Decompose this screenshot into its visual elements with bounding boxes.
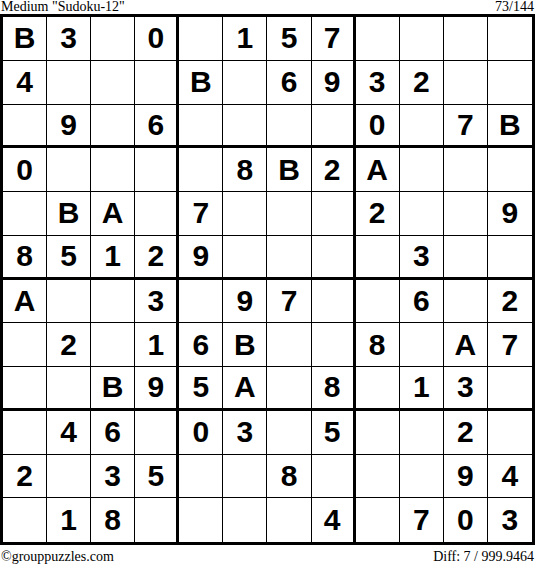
puzzle-title: Medium "Sudoku-12" <box>1 0 125 14</box>
cell-r3c7-empty[interactable] <box>267 105 311 149</box>
cell-r8c3-empty[interactable] <box>91 323 135 367</box>
cell-r12c8-given[interactable]: 4 <box>312 498 356 542</box>
cell-r1c3-empty[interactable] <box>91 17 135 61</box>
cell-r9c6-given[interactable]: A <box>223 367 267 411</box>
cell-r1c9-empty[interactable] <box>356 17 400 61</box>
cell-r2c11-empty[interactable] <box>444 61 488 105</box>
cell-r7c10-given[interactable]: 6 <box>400 280 444 324</box>
cell-r11c12-given[interactable]: 4 <box>488 455 532 499</box>
cell-r4c10-empty[interactable] <box>400 148 444 192</box>
cell-r5c5-given[interactable]: 7 <box>179 192 223 236</box>
cell-r6c10-given[interactable]: 3 <box>400 236 444 280</box>
cell-r5c9-given[interactable]: 2 <box>356 192 400 236</box>
cell-r10c11-given[interactable]: 2 <box>444 411 488 455</box>
cell-r4c12-empty[interactable] <box>488 148 532 192</box>
cell-r1c1-given[interactable]: B <box>3 17 47 61</box>
cell-r5c11-empty[interactable] <box>444 192 488 236</box>
cell-r12c1-empty[interactable] <box>3 498 47 542</box>
cell-r6c6-empty[interactable] <box>223 236 267 280</box>
cell-r12c6-empty[interactable] <box>223 498 267 542</box>
difficulty-text: Diff: 7 / 999.9464 <box>433 549 534 565</box>
cell-r6c7-empty[interactable] <box>267 236 311 280</box>
cell-r2c10-given[interactable]: 2 <box>400 61 444 105</box>
cell-r7c6-given[interactable]: 9 <box>223 280 267 324</box>
cell-r1c6-given[interactable]: 1 <box>223 17 267 61</box>
cell-r9c11-given[interactable]: 3 <box>444 367 488 411</box>
cell-r3c3-empty[interactable] <box>91 105 135 149</box>
cell-r10c9-empty[interactable] <box>356 411 400 455</box>
cell-r2c12-empty[interactable] <box>488 61 532 105</box>
cell-r6c9-empty[interactable] <box>356 236 400 280</box>
cell-r10c6-given[interactable]: 3 <box>223 411 267 455</box>
cell-r9c10-given[interactable]: 1 <box>400 367 444 411</box>
footer: ©grouppuzzles.com Diff: 7 / 999.9464 <box>1 545 534 569</box>
cell-r3c10-empty[interactable] <box>400 105 444 149</box>
cell-r7c3-empty[interactable] <box>91 280 135 324</box>
header: Medium "Sudoku-12" 73/144 <box>1 0 534 14</box>
cell-r12c3-given[interactable]: 8 <box>91 498 135 542</box>
cell-r9c3-given[interactable]: B <box>91 367 135 411</box>
cell-r11c8-empty[interactable] <box>312 455 356 499</box>
cell-r1c10-empty[interactable] <box>400 17 444 61</box>
cell-r3c11-given[interactable]: 7 <box>444 105 488 149</box>
cell-r10c8-given[interactable]: 5 <box>312 411 356 455</box>
cell-r9c7-empty[interactable] <box>267 367 311 411</box>
cell-r7c9-empty[interactable] <box>356 280 400 324</box>
cell-r7c4-given[interactable]: 3 <box>135 280 179 324</box>
cell-r1c11-empty[interactable] <box>444 17 488 61</box>
cell-r12c4-empty[interactable] <box>135 498 179 542</box>
cell-r10c12-empty[interactable] <box>488 411 532 455</box>
cell-r1c7-given[interactable]: 5 <box>267 17 311 61</box>
cell-r7c1-given[interactable]: A <box>3 280 47 324</box>
cell-r1c5-empty[interactable] <box>179 17 223 61</box>
cell-r11c10-empty[interactable] <box>400 455 444 499</box>
cell-r9c9-empty[interactable] <box>356 367 400 411</box>
cell-r12c2-given[interactable]: 1 <box>47 498 91 542</box>
cell-r11c7-given[interactable]: 8 <box>267 455 311 499</box>
cell-r11c4-given[interactable]: 5 <box>135 455 179 499</box>
cell-r5c8-empty[interactable] <box>312 192 356 236</box>
cell-r1c4-given[interactable]: 0 <box>135 17 179 61</box>
cell-r10c4-empty[interactable] <box>135 411 179 455</box>
cell-r1c2-given[interactable]: 3 <box>47 17 91 61</box>
cell-r8c4-given[interactable]: 1 <box>135 323 179 367</box>
cell-r2c2-empty[interactable] <box>47 61 91 105</box>
cell-r9c8-given[interactable]: 8 <box>312 367 356 411</box>
cell-r11c2-empty[interactable] <box>47 455 91 499</box>
cell-r3c4-given[interactable]: 6 <box>135 105 179 149</box>
cell-r3c6-empty[interactable] <box>223 105 267 149</box>
cell-r9c4-given[interactable]: 9 <box>135 367 179 411</box>
cell-r9c2-empty[interactable] <box>47 367 91 411</box>
cell-r4c4-empty[interactable] <box>135 148 179 192</box>
cell-r8c6-given[interactable]: B <box>223 323 267 367</box>
copyright-text: ©grouppuzzles.com <box>1 549 114 565</box>
cell-r9c5-given[interactable]: 5 <box>179 367 223 411</box>
cell-r6c8-empty[interactable] <box>312 236 356 280</box>
cell-r10c2-given[interactable]: 4 <box>47 411 91 455</box>
cell-r5c4-empty[interactable] <box>135 192 179 236</box>
page-indicator: 73/144 <box>495 0 534 14</box>
cell-r9c1-empty[interactable] <box>3 367 47 411</box>
cell-r3c1-empty[interactable] <box>3 105 47 149</box>
cell-r12c10-given[interactable]: 7 <box>400 498 444 542</box>
cell-r8c7-empty[interactable] <box>267 323 311 367</box>
cell-r10c1-empty[interactable] <box>3 411 47 455</box>
cell-r4c8-given[interactable]: 2 <box>312 148 356 192</box>
cell-r10c3-given[interactable]: 6 <box>91 411 135 455</box>
cell-r4c9-given[interactable]: A <box>356 148 400 192</box>
cell-r6c4-given[interactable]: 2 <box>135 236 179 280</box>
cell-r2c7-given[interactable]: 6 <box>267 61 311 105</box>
cell-r7c8-empty[interactable] <box>312 280 356 324</box>
cell-r5c1-empty[interactable] <box>3 192 47 236</box>
cell-r5c6-empty[interactable] <box>223 192 267 236</box>
cell-r11c9-empty[interactable] <box>356 455 400 499</box>
cell-r8c9-given[interactable]: 8 <box>356 323 400 367</box>
sudoku-board: B301574B69329607B08B2ABA729851293A397622… <box>0 14 535 545</box>
cell-r12c12-given[interactable]: 3 <box>488 498 532 542</box>
cell-r1c12-empty[interactable] <box>488 17 532 61</box>
cell-r6c11-empty[interactable] <box>444 236 488 280</box>
cell-r2c4-empty[interactable] <box>135 61 179 105</box>
cell-r2c5-given[interactable]: B <box>179 61 223 105</box>
cell-r10c5-given[interactable]: 0 <box>179 411 223 455</box>
cell-r11c6-empty[interactable] <box>223 455 267 499</box>
cell-r2c8-given[interactable]: 9 <box>312 61 356 105</box>
cell-r7c7-given[interactable]: 7 <box>267 280 311 324</box>
cell-r4c1-given[interactable]: 0 <box>3 148 47 192</box>
cell-r4c6-given[interactable]: 8 <box>223 148 267 192</box>
cell-r9c12-empty[interactable] <box>488 367 532 411</box>
cell-r7c2-empty[interactable] <box>47 280 91 324</box>
cell-r2c9-given[interactable]: 3 <box>356 61 400 105</box>
cell-r4c2-empty[interactable] <box>47 148 91 192</box>
cell-r11c5-empty[interactable] <box>179 455 223 499</box>
cell-r8c1-empty[interactable] <box>3 323 47 367</box>
cell-r7c5-empty[interactable] <box>179 280 223 324</box>
cell-r12c11-given[interactable]: 0 <box>444 498 488 542</box>
cell-r4c5-empty[interactable] <box>179 148 223 192</box>
cell-r12c7-empty[interactable] <box>267 498 311 542</box>
cell-r2c1-given[interactable]: 4 <box>3 61 47 105</box>
cell-r6c12-empty[interactable] <box>488 236 532 280</box>
cell-r5c12-given[interactable]: 9 <box>488 192 532 236</box>
cell-r1c8-given[interactable]: 7 <box>312 17 356 61</box>
cell-r5c2-given[interactable]: B <box>47 192 91 236</box>
cell-r8c10-empty[interactable] <box>400 323 444 367</box>
cell-r3c12-given[interactable]: B <box>488 105 532 149</box>
sudoku-page: Medium "Sudoku-12" 73/144 B301574B693296… <box>0 0 535 569</box>
cell-r5c3-given[interactable]: A <box>91 192 135 236</box>
cell-r10c7-empty[interactable] <box>267 411 311 455</box>
cell-r3c8-empty[interactable] <box>312 105 356 149</box>
cell-r11c3-given[interactable]: 3 <box>91 455 135 499</box>
cell-r12c9-empty[interactable] <box>356 498 400 542</box>
cell-r2c6-empty[interactable] <box>223 61 267 105</box>
cell-r7c11-empty[interactable] <box>444 280 488 324</box>
cell-r11c1-given[interactable]: 2 <box>3 455 47 499</box>
cell-r4c7-given[interactable]: B <box>267 148 311 192</box>
cell-r10c10-empty[interactable] <box>400 411 444 455</box>
cell-r3c5-empty[interactable] <box>179 105 223 149</box>
cell-r11c11-given[interactable]: 9 <box>444 455 488 499</box>
cell-r5c7-empty[interactable] <box>267 192 311 236</box>
cell-r3c2-given[interactable]: 9 <box>47 105 91 149</box>
cell-r3c9-given[interactable]: 0 <box>356 105 400 149</box>
cell-r8c5-given[interactable]: 6 <box>179 323 223 367</box>
cell-r2c3-empty[interactable] <box>91 61 135 105</box>
cell-r8c12-given[interactable]: 7 <box>488 323 532 367</box>
cell-r4c3-empty[interactable] <box>91 148 135 192</box>
cell-r4c11-empty[interactable] <box>444 148 488 192</box>
cell-r8c8-empty[interactable] <box>312 323 356 367</box>
cell-r8c11-given[interactable]: A <box>444 323 488 367</box>
cell-r8c2-given[interactable]: 2 <box>47 323 91 367</box>
cell-r7c12-given[interactable]: 2 <box>488 280 532 324</box>
cell-r6c5-given[interactable]: 9 <box>179 236 223 280</box>
cell-r6c2-given[interactable]: 5 <box>47 236 91 280</box>
cell-r5c10-empty[interactable] <box>400 192 444 236</box>
cell-r6c1-given[interactable]: 8 <box>3 236 47 280</box>
cell-r12c5-empty[interactable] <box>179 498 223 542</box>
cell-r6c3-given[interactable]: 1 <box>91 236 135 280</box>
